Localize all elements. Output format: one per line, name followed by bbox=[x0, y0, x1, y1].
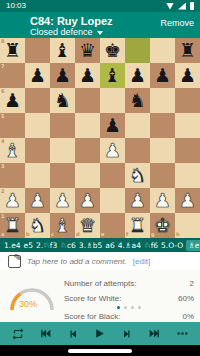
black-score-label: Score for Black: bbox=[64, 309, 182, 324]
white-knight[interactable]: ♞ bbox=[25, 213, 50, 238]
square-h4[interactable] bbox=[175, 138, 200, 163]
square-g2[interactable]: ♟ bbox=[150, 188, 175, 213]
white-pawn[interactable]: ♟ bbox=[50, 188, 75, 213]
square-g7[interactable]: ♟ bbox=[150, 63, 175, 88]
skip-to-end-button[interactable] bbox=[146, 326, 164, 342]
square-d8[interactable]: ♛ bbox=[75, 38, 100, 63]
square-f6[interactable]: ♞ bbox=[125, 88, 150, 113]
square-g4[interactable] bbox=[150, 138, 175, 163]
square-d2[interactable]: ♟ bbox=[75, 188, 100, 213]
square-b1[interactable]: b♞ bbox=[25, 213, 50, 238]
square-h7[interactable]: ♟ bbox=[175, 63, 200, 88]
white-rook[interactable]: ♜ bbox=[0, 213, 25, 238]
square-b3[interactable] bbox=[25, 163, 50, 188]
move[interactable]: ♘c6 bbox=[60, 241, 76, 250]
square-e1[interactable]: e bbox=[100, 213, 125, 238]
square-c6[interactable]: ♞ bbox=[50, 88, 75, 113]
white-score-value: 60% bbox=[178, 291, 194, 306]
square-h1[interactable]: h bbox=[175, 213, 200, 238]
rank-label: 7 bbox=[1, 64, 4, 69]
attempts-value: 2 bbox=[190, 276, 194, 291]
remove-button[interactable]: Remove bbox=[160, 18, 194, 28]
black-knight[interactable]: ♞ bbox=[125, 88, 150, 113]
signal-icon bbox=[178, 3, 186, 10]
move[interactable]: 5.O-O bbox=[161, 241, 183, 250]
square-d3[interactable] bbox=[75, 163, 100, 188]
android-nav-bar bbox=[0, 345, 200, 356]
black-pawn[interactable]: ♟ bbox=[150, 63, 175, 88]
flip-board-button[interactable] bbox=[9, 326, 27, 342]
black-king[interactable]: ♚ bbox=[100, 38, 125, 63]
square-f4[interactable] bbox=[125, 138, 150, 163]
white-pawn[interactable]: ♟ bbox=[0, 188, 25, 213]
white-pawn[interactable]: ♟ bbox=[125, 188, 150, 213]
square-a1[interactable]: 1a♜ bbox=[0, 213, 25, 238]
square-d5[interactable] bbox=[75, 113, 100, 138]
rank-label: 5 bbox=[1, 114, 4, 119]
status-bar: 10:03 bbox=[0, 0, 200, 12]
square-f1[interactable]: f♜ bbox=[125, 213, 150, 238]
app-bar: C84: Ruy Lopez Closed defence Remove bbox=[0, 12, 200, 38]
black-pawn[interactable]: ♟ bbox=[125, 63, 150, 88]
black-pawn[interactable]: ♟ bbox=[75, 63, 100, 88]
square-a8[interactable]: 8♜ bbox=[0, 38, 25, 63]
attempts-row: Number of attempts: 2 bbox=[64, 276, 194, 291]
stats-panel: 30% Number of attempts: 2 Score for Whit… bbox=[0, 270, 200, 322]
square-a5[interactable]: 5 bbox=[0, 113, 25, 138]
white-king[interactable]: ♚ bbox=[150, 213, 175, 238]
square-a2[interactable]: 2♟ bbox=[0, 188, 25, 213]
square-f5[interactable] bbox=[125, 113, 150, 138]
black-bishop[interactable]: ♝ bbox=[50, 38, 75, 63]
move[interactable]: a6 bbox=[105, 241, 114, 250]
white-pawn[interactable]: ♟ bbox=[175, 188, 200, 213]
current-move[interactable]: ♗e7 bbox=[186, 240, 200, 251]
square-b4[interactable] bbox=[25, 138, 50, 163]
square-b7[interactable]: ♟ bbox=[25, 63, 50, 88]
square-h2[interactable]: ♟ bbox=[175, 188, 200, 213]
edit-note-icon: ✎ bbox=[8, 255, 21, 268]
comment-row[interactable]: ✎ Tap here to add a comment. [edit] bbox=[0, 252, 200, 270]
edit-comment-link[interactable]: [edit] bbox=[133, 257, 150, 266]
square-h6[interactable] bbox=[175, 88, 200, 113]
rank-label: 3 bbox=[1, 164, 4, 169]
square-e7[interactable]: ♝ bbox=[100, 63, 125, 88]
square-g5[interactable] bbox=[150, 113, 175, 138]
square-c4[interactable] bbox=[50, 138, 75, 163]
black-queen[interactable]: ♛ bbox=[75, 38, 100, 63]
square-g1[interactable]: g♚ bbox=[150, 213, 175, 238]
comment-placeholder: Tap here to add a comment. bbox=[27, 257, 127, 266]
square-c2[interactable]: ♟ bbox=[50, 188, 75, 213]
white-knight[interactable]: ♞ bbox=[125, 163, 150, 188]
white-pawn[interactable]: ♟ bbox=[150, 188, 175, 213]
play-button[interactable] bbox=[91, 326, 109, 342]
square-h8[interactable]: ♜ bbox=[175, 38, 200, 63]
more-options-button[interactable] bbox=[173, 326, 191, 342]
black-pawn[interactable]: ♟ bbox=[50, 63, 75, 88]
square-b2[interactable]: ♟ bbox=[25, 188, 50, 213]
next-move-button[interactable] bbox=[118, 326, 136, 342]
square-e6[interactable] bbox=[100, 88, 125, 113]
file-label: h bbox=[176, 232, 180, 237]
square-e8[interactable]: ♚ bbox=[100, 38, 125, 63]
white-score-row: Score for White: 60% bbox=[64, 291, 194, 306]
white-rook[interactable]: ♜ bbox=[125, 213, 150, 238]
home-pill[interactable] bbox=[68, 349, 132, 353]
clock-text: 10:03 bbox=[6, 0, 26, 12]
square-d1[interactable]: d♛ bbox=[75, 213, 100, 238]
square-b8[interactable] bbox=[25, 38, 50, 63]
white-bishop[interactable]: ♝ bbox=[0, 138, 25, 163]
square-d7[interactable]: ♟ bbox=[75, 63, 100, 88]
black-pawn[interactable]: ♟ bbox=[175, 63, 200, 88]
square-a6[interactable]: 6♟ bbox=[0, 88, 25, 113]
square-g6[interactable] bbox=[150, 88, 175, 113]
black-rook[interactable]: ♜ bbox=[175, 38, 200, 63]
score-gauge: 30% bbox=[8, 286, 58, 322]
square-e4[interactable]: ♟ bbox=[100, 138, 125, 163]
skip-to-start-button[interactable] bbox=[36, 326, 54, 342]
square-f8[interactable] bbox=[125, 38, 150, 63]
square-c7[interactable]: ♟ bbox=[50, 63, 75, 88]
square-g8[interactable] bbox=[150, 38, 175, 63]
square-d6[interactable] bbox=[75, 88, 100, 113]
white-score-label: Score for White: bbox=[64, 291, 178, 306]
square-f7[interactable]: ♟ bbox=[125, 63, 150, 88]
move[interactable]: e5 bbox=[24, 241, 33, 250]
file-label: e bbox=[101, 232, 104, 237]
square-c5[interactable] bbox=[50, 113, 75, 138]
square-f3[interactable]: ♞ bbox=[125, 163, 150, 188]
attempts-label: Number of attempts: bbox=[64, 276, 190, 291]
square-c1[interactable]: c♝ bbox=[50, 213, 75, 238]
chess-board[interactable]: 8♜♝♛♚♜7♟♟♟♝♟♟♟6♟♞♞5♟4♝♟3♞2♟♟♟♟♟♟♟1a♜b♞c♝… bbox=[0, 38, 200, 238]
square-b5[interactable] bbox=[25, 113, 50, 138]
square-c8[interactable]: ♝ bbox=[50, 38, 75, 63]
square-g3[interactable] bbox=[150, 163, 175, 188]
black-bishop[interactable]: ♝ bbox=[100, 63, 125, 88]
previous-move-button[interactable] bbox=[64, 326, 82, 342]
move[interactable]: 3.♗b5 bbox=[79, 241, 102, 250]
black-knight[interactable]: ♞ bbox=[50, 88, 75, 113]
black-pawn[interactable]: ♟ bbox=[0, 88, 25, 113]
battery-icon bbox=[190, 2, 194, 10]
black-score-value: 0% bbox=[182, 309, 194, 324]
move[interactable]: 1.e4 bbox=[4, 241, 21, 250]
move[interactable]: 4.♗a4 bbox=[118, 241, 141, 250]
white-pawn[interactable]: ♟ bbox=[25, 188, 50, 213]
variation-label: Closed defence bbox=[30, 27, 93, 37]
square-h5[interactable] bbox=[175, 113, 200, 138]
move[interactable]: 2.♘f3 bbox=[36, 241, 57, 250]
white-bishop[interactable]: ♝ bbox=[50, 213, 75, 238]
move[interactable]: ♘f6 bbox=[144, 241, 158, 250]
move-list[interactable]: 1.e4e52.♘f3♘c63.♗b5a64.♗a4♘f65.O-O♗e7 bbox=[0, 238, 200, 252]
white-pawn[interactable]: ♟ bbox=[75, 188, 100, 213]
square-f2[interactable]: ♟ bbox=[125, 188, 150, 213]
square-a4[interactable]: 4♝ bbox=[0, 138, 25, 163]
black-pawn[interactable]: ♟ bbox=[100, 113, 125, 138]
square-e2[interactable] bbox=[100, 188, 125, 213]
black-score-row: Score for Black: 0% bbox=[64, 309, 194, 324]
black-rook[interactable]: ♜ bbox=[0, 38, 25, 63]
square-a7[interactable]: 7 bbox=[0, 63, 25, 88]
stats-column: Number of attempts: 2 Score for White: 6… bbox=[58, 276, 194, 322]
white-queen[interactable]: ♛ bbox=[75, 213, 100, 238]
square-b6[interactable] bbox=[25, 88, 50, 113]
black-pawn[interactable]: ♟ bbox=[25, 63, 50, 88]
square-c3[interactable] bbox=[50, 163, 75, 188]
chevron-down-icon bbox=[97, 31, 103, 35]
square-e5[interactable]: ♟ bbox=[100, 113, 125, 138]
wifi-icon bbox=[166, 3, 174, 10]
white-pawn[interactable]: ♟ bbox=[100, 138, 125, 163]
square-e3[interactable] bbox=[100, 163, 125, 188]
square-d4[interactable] bbox=[75, 138, 100, 163]
variation-selector[interactable]: Closed defence bbox=[30, 27, 194, 37]
square-h3[interactable] bbox=[175, 163, 200, 188]
gauge-percent-label: 30% bbox=[19, 299, 37, 309]
square-a3[interactable]: 3 bbox=[0, 163, 25, 188]
playback-controls bbox=[0, 322, 200, 345]
